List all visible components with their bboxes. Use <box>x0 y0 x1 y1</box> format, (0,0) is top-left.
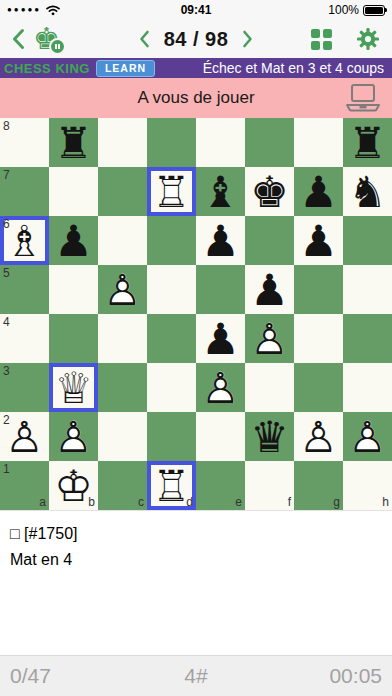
square-g2[interactable]: ♟♙ <box>294 412 343 461</box>
file-label-h: h <box>382 495 389 509</box>
file-label-g: g <box>333 495 340 509</box>
square-c3[interactable] <box>98 363 147 412</box>
task-label: 4# <box>134 664 258 688</box>
white-pawn-c5: ♟♙ <box>98 265 147 314</box>
square-a7[interactable]: 7 <box>0 167 49 216</box>
rank-label-4: 4 <box>3 315 10 329</box>
square-b8[interactable]: ♜ <box>49 118 98 167</box>
brand-banner: CHESS KING LEARN Échec et Mat en 3 et 4 … <box>0 58 392 78</box>
square-h5[interactable] <box>343 265 392 314</box>
back-button[interactable] <box>12 28 25 50</box>
course-title: Échec et Mat en 3 et 4 coups <box>203 60 384 76</box>
square-c4[interactable] <box>98 314 147 363</box>
black-rook-h8: ♜ <box>343 118 392 167</box>
white-pawn-e3: ♟♙ <box>196 363 245 412</box>
rank-label-2: 2 <box>3 413 10 427</box>
square-c8[interactable] <box>98 118 147 167</box>
rank-label-3: 3 <box>3 364 10 378</box>
square-g4[interactable] <box>294 314 343 363</box>
file-label-d: d <box>186 495 193 509</box>
square-a6[interactable]: 6♝♗ <box>0 216 49 265</box>
square-b7[interactable] <box>49 167 98 216</box>
status-bar: ●●●●● 09:41 100% <box>0 0 392 20</box>
app-screen: ●●●●● 09:41 100% ♚ 84 / 98 <box>0 0 392 696</box>
square-c7[interactable] <box>98 167 147 216</box>
square-h3[interactable] <box>343 363 392 412</box>
square-h4[interactable] <box>343 314 392 363</box>
file-label-e: e <box>235 495 242 509</box>
nav-left: ♚ <box>12 24 60 54</box>
square-e4[interactable]: ♟ <box>196 314 245 363</box>
square-a3[interactable]: 3 <box>0 363 49 412</box>
square-b1[interactable]: b♚♔ <box>49 461 98 510</box>
black-rook-b8: ♜ <box>49 118 98 167</box>
square-e2[interactable] <box>196 412 245 461</box>
white-queen-b3: ♛♕ <box>49 363 98 412</box>
square-b2[interactable]: ♟♙ <box>49 412 98 461</box>
square-g1[interactable]: g <box>294 461 343 510</box>
square-f4[interactable]: ♟♙ <box>245 314 294 363</box>
rank-label-8: 8 <box>3 119 10 133</box>
square-h6[interactable] <box>343 216 392 265</box>
square-a5[interactable]: 5 <box>0 265 49 314</box>
file-label-a: a <box>39 495 46 509</box>
square-d1[interactable]: d♜♖ <box>147 461 196 510</box>
square-a4[interactable]: 4 <box>0 314 49 363</box>
puzzle-info: □ [#1750] Mat en 4 <box>0 510 392 573</box>
file-label-b: b <box>88 495 95 509</box>
rank-label-5: 5 <box>3 266 10 280</box>
square-h2[interactable]: ♟♙ <box>343 412 392 461</box>
square-d4[interactable] <box>147 314 196 363</box>
square-g5[interactable] <box>294 265 343 314</box>
app-name: CHESS KING <box>4 61 90 76</box>
puzzle-counter: 84 / 98 <box>164 28 229 51</box>
square-h1[interactable]: h <box>343 461 392 510</box>
square-f7[interactable]: ♚ <box>245 167 294 216</box>
rank-label-6: 6 <box>3 217 10 231</box>
nav-bar: ♚ 84 / 98 <box>0 20 392 58</box>
black-pawn-f5: ♟ <box>245 265 294 314</box>
square-c1[interactable]: c <box>98 461 147 510</box>
square-d7[interactable]: ♜♖ <box>147 167 196 216</box>
rank-label-1: 1 <box>3 462 10 476</box>
battery-percent: 100% <box>328 3 359 17</box>
square-d2[interactable] <box>147 412 196 461</box>
rank-label-7: 7 <box>3 168 10 182</box>
square-g3[interactable] <box>294 363 343 412</box>
progress-score: 0/47 <box>10 664 134 688</box>
square-e6[interactable]: ♟ <box>196 216 245 265</box>
square-b5[interactable] <box>49 265 98 314</box>
footer-bar: 0/47 4# 00:05 <box>0 655 392 696</box>
chess-board: 8♜♜7♜♖♝♚♟♞6♝♗♟♟♟5♟♙♟4♟♟♙3♛♕♟♙2♟♙♟♙♛♟♙♟♙1… <box>0 118 392 510</box>
status-right: 100% <box>328 3 385 17</box>
black-king-f7: ♚ <box>245 167 294 216</box>
square-b3[interactable]: ♛♕ <box>49 363 98 412</box>
square-d8[interactable] <box>147 118 196 167</box>
prev-puzzle-button[interactable] <box>139 30 150 48</box>
square-e7[interactable]: ♝ <box>196 167 245 216</box>
square-b4[interactable] <box>49 314 98 363</box>
black-queen-f2: ♛ <box>245 412 294 461</box>
app-logo-king-icon[interactable]: ♚ <box>33 24 60 54</box>
prompt-text: A vous de jouer <box>137 88 254 108</box>
square-f2[interactable]: ♛ <box>245 412 294 461</box>
settings-gear-button[interactable] <box>356 27 380 51</box>
timer: 00:05 <box>258 664 382 688</box>
prompt-bar: A vous de jouer <box>0 78 392 118</box>
square-f8[interactable] <box>245 118 294 167</box>
square-c5[interactable]: ♟♙ <box>98 265 147 314</box>
black-knight-h7: ♞ <box>343 167 392 216</box>
file-label-c: c <box>138 495 144 509</box>
square-g8[interactable] <box>294 118 343 167</box>
square-g7[interactable]: ♟ <box>294 167 343 216</box>
square-f1[interactable]: f <box>245 461 294 510</box>
square-g6[interactable]: ♟ <box>294 216 343 265</box>
black-pawn-e4: ♟ <box>196 314 245 363</box>
square-b6[interactable]: ♟ <box>49 216 98 265</box>
square-a2[interactable]: 2♟♙ <box>0 412 49 461</box>
next-puzzle-button[interactable] <box>242 30 253 48</box>
black-bishop-e7: ♝ <box>196 167 245 216</box>
square-a1[interactable]: 1a <box>0 461 49 510</box>
white-pawn-g2: ♟♙ <box>294 412 343 461</box>
puzzle-id: □ [#1750] <box>10 521 382 547</box>
square-a8[interactable]: 8 <box>0 118 49 167</box>
square-e8[interactable] <box>196 118 245 167</box>
nav-right <box>311 27 380 51</box>
square-d3[interactable] <box>147 363 196 412</box>
black-pawn-e6: ♟ <box>196 216 245 265</box>
square-e5[interactable] <box>196 265 245 314</box>
square-f3[interactable] <box>245 363 294 412</box>
file-label-f: f <box>288 495 291 509</box>
square-c6[interactable] <box>98 216 147 265</box>
white-pawn-f4: ♟♙ <box>245 314 294 363</box>
black-pawn-g7: ♟ <box>294 167 343 216</box>
black-pawn-b6: ♟ <box>49 216 98 265</box>
square-h8[interactable]: ♜ <box>343 118 392 167</box>
square-e1[interactable]: e <box>196 461 245 510</box>
white-pawn-b2: ♟♙ <box>49 412 98 461</box>
puzzle-list-button[interactable] <box>311 29 332 50</box>
square-h7[interactable]: ♞ <box>343 167 392 216</box>
square-d5[interactable] <box>147 265 196 314</box>
square-f5[interactable]: ♟ <box>245 265 294 314</box>
square-f6[interactable] <box>245 216 294 265</box>
black-pawn-g6: ♟ <box>294 216 343 265</box>
square-c2[interactable] <box>98 412 147 461</box>
white-rook-d7: ♜♖ <box>147 167 196 216</box>
learn-badge: LEARN <box>96 60 155 77</box>
battery-icon <box>363 5 385 16</box>
square-d6[interactable] <box>147 216 196 265</box>
computer-analysis-button[interactable] <box>344 83 382 113</box>
white-pawn-h2: ♟♙ <box>343 412 392 461</box>
puzzle-goal: Mat en 4 <box>10 547 382 573</box>
pause-badge-icon <box>51 40 64 53</box>
square-e3[interactable]: ♟♙ <box>196 363 245 412</box>
